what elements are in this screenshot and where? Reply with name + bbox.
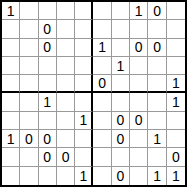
empty-cell[interactable] — [93, 20, 111, 38]
given-cell: 1 — [112, 57, 130, 75]
empty-cell[interactable] — [112, 93, 130, 111]
empty-cell[interactable] — [2, 167, 20, 185]
puzzle-board: 1100010010111100100010001011 — [0, 0, 187, 187]
empty-cell[interactable] — [2, 112, 20, 130]
empty-cell[interactable] — [93, 112, 111, 130]
given-cell: 1 — [2, 2, 20, 20]
empty-cell[interactable] — [148, 75, 166, 93]
empty-cell[interactable] — [75, 57, 93, 75]
given-cell: 0 — [112, 112, 130, 130]
empty-cell[interactable] — [112, 148, 130, 166]
empty-cell[interactable] — [39, 167, 57, 185]
empty-cell[interactable] — [57, 167, 75, 185]
empty-cell[interactable] — [75, 130, 93, 148]
given-cell: 0 — [39, 130, 57, 148]
empty-cell[interactable] — [130, 75, 148, 93]
empty-cell[interactable] — [57, 20, 75, 38]
given-cell: 0 — [130, 112, 148, 130]
given-cell: 0 — [93, 75, 111, 93]
empty-cell[interactable] — [2, 93, 20, 111]
empty-cell[interactable] — [112, 75, 130, 93]
empty-cell[interactable] — [20, 75, 38, 93]
empty-cell[interactable] — [167, 112, 185, 130]
given-cell: 1 — [75, 167, 93, 185]
empty-cell[interactable] — [75, 20, 93, 38]
given-cell: 1 — [130, 2, 148, 20]
empty-cell[interactable] — [112, 2, 130, 20]
empty-cell[interactable] — [93, 167, 111, 185]
given-cell: 0 — [39, 20, 57, 38]
empty-cell[interactable] — [75, 148, 93, 166]
empty-cell[interactable] — [75, 75, 93, 93]
empty-cell[interactable] — [57, 130, 75, 148]
given-cell: 0 — [130, 39, 148, 57]
empty-cell[interactable] — [93, 57, 111, 75]
empty-cell[interactable] — [39, 75, 57, 93]
empty-cell[interactable] — [93, 2, 111, 20]
empty-cell[interactable] — [2, 148, 20, 166]
given-cell: 1 — [148, 167, 166, 185]
empty-cell[interactable] — [130, 167, 148, 185]
empty-cell[interactable] — [39, 112, 57, 130]
empty-cell[interactable] — [130, 20, 148, 38]
given-cell: 0 — [39, 39, 57, 57]
given-cell: 1 — [167, 93, 185, 111]
given-cell: 0 — [57, 148, 75, 166]
empty-cell[interactable] — [75, 39, 93, 57]
empty-cell[interactable] — [93, 130, 111, 148]
empty-cell[interactable] — [20, 20, 38, 38]
empty-cell[interactable] — [2, 57, 20, 75]
empty-cell[interactable] — [130, 130, 148, 148]
empty-cell[interactable] — [148, 20, 166, 38]
given-cell: 1 — [2, 130, 20, 148]
empty-cell[interactable] — [167, 57, 185, 75]
empty-cell[interactable] — [2, 39, 20, 57]
given-cell: 0 — [167, 148, 185, 166]
empty-cell[interactable] — [20, 93, 38, 111]
given-cell: 1 — [148, 130, 166, 148]
empty-cell[interactable] — [148, 148, 166, 166]
empty-cell[interactable] — [167, 39, 185, 57]
empty-cell[interactable] — [130, 148, 148, 166]
given-cell: 0 — [39, 148, 57, 166]
empty-cell[interactable] — [2, 75, 20, 93]
empty-cell[interactable] — [20, 57, 38, 75]
given-cell: 1 — [167, 75, 185, 93]
empty-cell[interactable] — [148, 57, 166, 75]
empty-cell[interactable] — [167, 130, 185, 148]
empty-cell[interactable] — [20, 112, 38, 130]
empty-cell[interactable] — [39, 57, 57, 75]
given-cell: 0 — [112, 130, 130, 148]
given-cell: 1 — [75, 112, 93, 130]
given-cell: 1 — [93, 39, 111, 57]
empty-cell[interactable] — [148, 93, 166, 111]
given-cell: 1 — [167, 167, 185, 185]
empty-cell[interactable] — [57, 112, 75, 130]
empty-cell[interactable] — [57, 2, 75, 20]
given-cell: 0 — [112, 167, 130, 185]
empty-cell[interactable] — [93, 148, 111, 166]
given-cell: 0 — [20, 130, 38, 148]
empty-cell[interactable] — [112, 20, 130, 38]
empty-cell[interactable] — [75, 93, 93, 111]
empty-cell[interactable] — [57, 75, 75, 93]
empty-cell[interactable] — [20, 148, 38, 166]
empty-cell[interactable] — [2, 20, 20, 38]
given-cell: 0 — [148, 2, 166, 20]
empty-cell[interactable] — [167, 20, 185, 38]
empty-cell[interactable] — [75, 2, 93, 20]
empty-cell[interactable] — [39, 2, 57, 20]
empty-cell[interactable] — [57, 93, 75, 111]
given-cell: 0 — [148, 39, 166, 57]
empty-cell[interactable] — [93, 93, 111, 111]
given-cell: 1 — [39, 93, 57, 111]
empty-cell[interactable] — [167, 2, 185, 20]
empty-cell[interactable] — [20, 2, 38, 20]
empty-cell[interactable] — [20, 39, 38, 57]
empty-cell[interactable] — [57, 57, 75, 75]
empty-cell[interactable] — [130, 57, 148, 75]
empty-cell[interactable] — [112, 39, 130, 57]
empty-cell[interactable] — [57, 39, 75, 57]
empty-cell[interactable] — [130, 93, 148, 111]
empty-cell[interactable] — [148, 112, 166, 130]
empty-cell[interactable] — [20, 167, 38, 185]
